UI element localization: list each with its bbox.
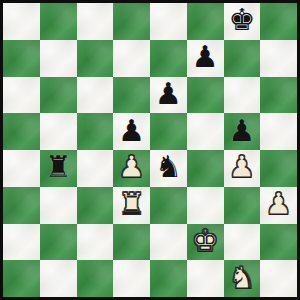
square-b8[interactable]	[40, 3, 77, 40]
square-g5[interactable]: ♟	[224, 113, 261, 150]
square-d3[interactable]: ♜	[113, 187, 150, 224]
black-rook-b4[interactable]: ♜	[45, 152, 72, 182]
square-a4[interactable]	[3, 150, 40, 187]
white-pawn-h3[interactable]: ♟	[265, 189, 292, 219]
square-f3[interactable]	[187, 187, 224, 224]
square-a1[interactable]	[3, 260, 40, 297]
square-c8[interactable]	[77, 3, 114, 40]
square-d8[interactable]	[113, 3, 150, 40]
square-e3[interactable]	[150, 187, 187, 224]
square-d1[interactable]	[113, 260, 150, 297]
square-g1[interactable]: ♞	[224, 260, 261, 297]
square-a7[interactable]	[3, 40, 40, 77]
square-h4[interactable]	[260, 150, 297, 187]
square-e7[interactable]	[150, 40, 187, 77]
square-h6[interactable]	[260, 77, 297, 114]
square-b6[interactable]	[40, 77, 77, 114]
square-h1[interactable]	[260, 260, 297, 297]
square-a5[interactable]	[3, 113, 40, 150]
black-knight-e4[interactable]: ♞	[155, 152, 182, 182]
square-b4[interactable]: ♜	[40, 150, 77, 187]
square-e5[interactable]	[150, 113, 187, 150]
square-b7[interactable]	[40, 40, 77, 77]
chess-board-frame: ♚♟♟♟♟♜♟♞♟♜♟♚♞	[0, 0, 300, 300]
white-pawn-g4[interactable]: ♟	[228, 152, 255, 182]
square-d2[interactable]	[113, 224, 150, 261]
square-d7[interactable]	[113, 40, 150, 77]
square-e8[interactable]	[150, 3, 187, 40]
square-c5[interactable]	[77, 113, 114, 150]
white-king-f2[interactable]: ♚	[192, 226, 219, 256]
square-g7[interactable]	[224, 40, 261, 77]
square-a3[interactable]	[3, 187, 40, 224]
square-f5[interactable]	[187, 113, 224, 150]
square-f7[interactable]: ♟	[187, 40, 224, 77]
square-d6[interactable]	[113, 77, 150, 114]
square-a8[interactable]	[3, 3, 40, 40]
square-c6[interactable]	[77, 77, 114, 114]
white-pawn-d4[interactable]: ♟	[118, 152, 145, 182]
square-d5[interactable]: ♟	[113, 113, 150, 150]
square-b1[interactable]	[40, 260, 77, 297]
square-a2[interactable]	[3, 224, 40, 261]
square-b2[interactable]	[40, 224, 77, 261]
square-c2[interactable]	[77, 224, 114, 261]
square-b5[interactable]	[40, 113, 77, 150]
black-pawn-e6[interactable]: ♟	[155, 79, 182, 109]
square-g8[interactable]: ♚	[224, 3, 261, 40]
square-g2[interactable]	[224, 224, 261, 261]
square-c1[interactable]	[77, 260, 114, 297]
black-pawn-f7[interactable]: ♟	[192, 42, 219, 72]
square-e1[interactable]	[150, 260, 187, 297]
square-g3[interactable]	[224, 187, 261, 224]
square-g6[interactable]	[224, 77, 261, 114]
black-pawn-d5[interactable]: ♟	[118, 116, 145, 146]
square-c7[interactable]	[77, 40, 114, 77]
square-f1[interactable]	[187, 260, 224, 297]
square-h2[interactable]	[260, 224, 297, 261]
square-h3[interactable]: ♟	[260, 187, 297, 224]
square-f4[interactable]	[187, 150, 224, 187]
square-f8[interactable]	[187, 3, 224, 40]
square-d4[interactable]: ♟	[113, 150, 150, 187]
white-knight-g1[interactable]: ♞	[228, 263, 255, 293]
square-e2[interactable]	[150, 224, 187, 261]
square-e6[interactable]: ♟	[150, 77, 187, 114]
square-e4[interactable]: ♞	[150, 150, 187, 187]
square-c4[interactable]	[77, 150, 114, 187]
square-c3[interactable]	[77, 187, 114, 224]
square-f2[interactable]: ♚	[187, 224, 224, 261]
white-rook-d3[interactable]: ♜	[118, 189, 145, 219]
square-b3[interactable]	[40, 187, 77, 224]
black-king-g8[interactable]: ♚	[228, 5, 255, 35]
square-f6[interactable]	[187, 77, 224, 114]
square-h7[interactable]	[260, 40, 297, 77]
square-g4[interactable]: ♟	[224, 150, 261, 187]
square-h8[interactable]	[260, 3, 297, 40]
square-a6[interactable]	[3, 77, 40, 114]
square-h5[interactable]	[260, 113, 297, 150]
chess-board: ♚♟♟♟♟♜♟♞♟♜♟♚♞	[3, 3, 297, 297]
black-pawn-g5[interactable]: ♟	[228, 116, 255, 146]
